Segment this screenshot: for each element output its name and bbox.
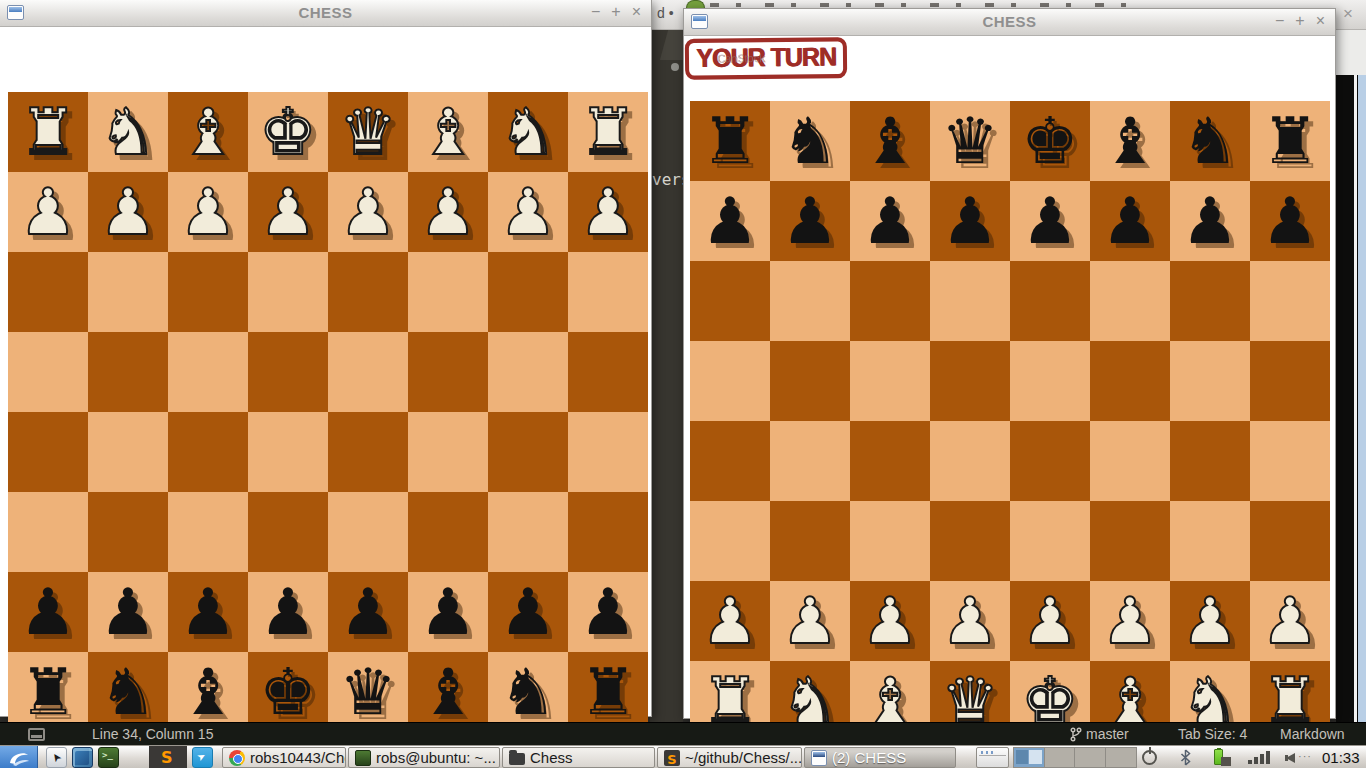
square[interactable]	[1250, 261, 1330, 341]
square[interactable]	[1170, 341, 1250, 421]
white-pawn[interactable]: ♟	[419, 180, 476, 244]
white-rook[interactable]: ♜	[579, 100, 636, 164]
black-pawn[interactable]: ♟	[339, 580, 396, 644]
white-pawn[interactable]: ♟	[99, 180, 156, 244]
square[interactable]: ♚	[248, 652, 328, 732]
square[interactable]	[8, 492, 88, 572]
black-knight[interactable]: ♞	[781, 109, 838, 173]
window-content: YOUR TURNCanStock ♜♞♝♛♚♝♞♜♟♟♟♟♟♟♟♟♟♟♟♟♟♟…	[684, 36, 1335, 718]
taskbar-button-chess-active[interactable]: (2) CHESS	[804, 747, 956, 768]
square[interactable]: ♝	[408, 92, 488, 172]
editor-strip: vers	[650, 30, 683, 722]
sublime-text-icon[interactable]: S	[149, 746, 187, 768]
square[interactable]	[930, 421, 1010, 501]
black-knight[interactable]: ♞	[1181, 109, 1238, 173]
square[interactable]: ♟	[408, 572, 488, 652]
close-button[interactable]: ×	[632, 3, 641, 21]
black-rook[interactable]: ♜	[19, 660, 76, 724]
square[interactable]	[1010, 501, 1090, 581]
square[interactable]	[1010, 421, 1090, 501]
white-knight[interactable]: ♞	[499, 100, 556, 164]
square[interactable]	[568, 332, 648, 412]
white-bishop[interactable]: ♝	[179, 100, 236, 164]
workspace-3[interactable]	[1075, 748, 1106, 767]
square[interactable]: ♟	[1090, 181, 1170, 261]
square[interactable]	[248, 412, 328, 492]
black-rook[interactable]: ♜	[579, 660, 636, 724]
square[interactable]: ♝	[168, 92, 248, 172]
workspace-switcher[interactable]	[1013, 747, 1137, 768]
square[interactable]: ♟	[568, 572, 648, 652]
square[interactable]	[1250, 421, 1330, 501]
volume-icon[interactable]: ···	[1286, 751, 1312, 764]
square[interactable]: ♟	[770, 581, 850, 661]
square[interactable]: ♟	[88, 172, 168, 252]
white-pawn[interactable]: ♟	[1261, 589, 1318, 653]
white-pawn[interactable]: ♟	[781, 589, 838, 653]
square[interactable]: ♟	[248, 572, 328, 652]
file-manager-icon[interactable]	[46, 747, 67, 768]
cursor-position: Line 34, Column 15	[92, 726, 213, 742]
square[interactable]: ♟	[328, 172, 408, 252]
square[interactable]	[8, 412, 88, 492]
square[interactable]	[408, 492, 488, 572]
chess-window-icon	[811, 750, 827, 766]
taskbar-button-sublime[interactable]: S ~/github/Chess/...	[657, 747, 802, 768]
square[interactable]: ♟	[248, 172, 328, 252]
taskbar-button-label: Chess	[530, 749, 573, 766]
square[interactable]	[1090, 501, 1170, 581]
taskbar-button-label: (2) CHESS	[832, 749, 906, 766]
git-branch-label[interactable]: master	[1086, 726, 1129, 742]
square[interactable]	[930, 341, 1010, 421]
square[interactable]	[488, 332, 568, 412]
square[interactable]	[488, 412, 568, 492]
square[interactable]: ♝	[1090, 101, 1170, 181]
workspace-2[interactable]	[1045, 748, 1076, 767]
square[interactable]: ♟	[1250, 581, 1330, 661]
square[interactable]	[168, 492, 248, 572]
editor-gutter-line	[1354, 75, 1357, 722]
square[interactable]	[850, 421, 930, 501]
white-pawn[interactable]: ♟	[579, 180, 636, 244]
modified-dot-icon	[671, 63, 679, 71]
white-pawn[interactable]: ♟	[499, 180, 556, 244]
square[interactable]	[930, 501, 1010, 581]
square[interactable]	[408, 412, 488, 492]
menu-swoosh-icon	[0, 746, 38, 768]
white-pawn[interactable]: ♟	[179, 180, 236, 244]
square[interactable]: ♞	[770, 101, 850, 181]
terminal-icon	[355, 750, 371, 766]
maximize-button[interactable]: +	[611, 3, 620, 21]
git-branch-icon	[1070, 727, 1082, 742]
black-knight[interactable]: ♞	[99, 660, 156, 724]
chrome-icon	[229, 750, 245, 766]
white-pawn[interactable]: ♟	[339, 180, 396, 244]
square[interactable]: ♟	[1010, 581, 1090, 661]
titlebar[interactable]: CHESS − + ×	[0, 0, 651, 27]
square[interactable]	[770, 421, 850, 501]
black-pawn[interactable]: ♟	[1101, 189, 1158, 253]
square[interactable]	[850, 261, 930, 341]
black-pawn[interactable]: ♟	[179, 580, 236, 644]
square[interactable]	[408, 332, 488, 412]
white-pawn[interactable]: ♟	[259, 180, 316, 244]
workspace-1[interactable]	[1014, 748, 1045, 767]
square[interactable]: ♝	[168, 652, 248, 732]
black-queen[interactable]: ♛	[339, 660, 396, 724]
chess-board-right[interactable]: ♜♞♝♛♚♝♞♜♟♟♟♟♟♟♟♟♟♟♟♟♟♟♟♟♜♞♝♛♚♝♞♜	[690, 101, 1330, 741]
battery-network-icon[interactable]	[1214, 749, 1223, 765]
square[interactable]: ♟	[930, 181, 1010, 261]
your-turn-stamp: YOUR TURNCanStock	[685, 37, 847, 80]
black-pawn[interactable]: ♟	[861, 189, 918, 253]
square[interactable]: ♟	[930, 581, 1010, 661]
black-pawn[interactable]: ♟	[19, 580, 76, 644]
square[interactable]: ♞	[1170, 101, 1250, 181]
square[interactable]: ♜	[8, 652, 88, 732]
bluetooth-icon[interactable]	[1180, 749, 1191, 766]
square[interactable]: ♛	[328, 92, 408, 172]
square[interactable]	[88, 332, 168, 412]
square[interactable]: ♞	[488, 652, 568, 732]
editor-title-fragment: d •	[657, 5, 674, 21]
chess-window-right: CHESS − + × YOUR TURNCanStock ♜♞♝♛♚♝♞♜♟♟…	[683, 8, 1336, 719]
editor-scrollbar[interactable]	[1358, 75, 1366, 722]
workspace-4[interactable]	[1106, 748, 1136, 767]
white-rook[interactable]: ♜	[19, 100, 76, 164]
square[interactable]	[328, 412, 408, 492]
square[interactable]	[1170, 421, 1250, 501]
square[interactable]	[690, 261, 770, 341]
square[interactable]: ♟	[690, 581, 770, 661]
white-pawn[interactable]: ♟	[701, 589, 758, 653]
square[interactable]	[328, 252, 408, 332]
square[interactable]	[770, 261, 850, 341]
titlebar[interactable]: CHESS − + ×	[684, 9, 1335, 36]
square[interactable]: ♚	[1010, 101, 1090, 181]
square[interactable]	[168, 412, 248, 492]
black-pawn[interactable]: ♟	[941, 189, 998, 253]
editor-green-indicator	[686, 0, 705, 8]
black-pawn[interactable]: ♟	[99, 580, 156, 644]
square[interactable]: ♚	[248, 92, 328, 172]
app-menu-button[interactable]	[0, 746, 38, 768]
square[interactable]	[1250, 501, 1330, 581]
black-pawn[interactable]: ♟	[1021, 189, 1078, 253]
square[interactable]	[408, 252, 488, 332]
square[interactable]: ♟	[1170, 181, 1250, 261]
square[interactable]: ♞	[88, 92, 168, 172]
square[interactable]: ♝	[408, 652, 488, 732]
square[interactable]: ♟	[88, 572, 168, 652]
window-title: CHESS	[684, 13, 1335, 30]
black-rook[interactable]: ♜	[701, 109, 758, 173]
square[interactable]: ♟	[168, 572, 248, 652]
square[interactable]	[1250, 341, 1330, 421]
square[interactable]: ♟	[1250, 181, 1330, 261]
taskbar-button-chrome[interactable]: robs10443/Che...	[222, 747, 346, 768]
square[interactable]	[488, 252, 568, 332]
white-pawn[interactable]: ♟	[1101, 589, 1158, 653]
white-pawn[interactable]: ♟	[19, 180, 76, 244]
square[interactable]	[1090, 341, 1170, 421]
stamp-watermark: CanStock	[717, 52, 765, 65]
minimize-button[interactable]: −	[591, 3, 600, 21]
window-title: CHESS	[0, 4, 651, 21]
editor-close-icon[interactable]: ×	[1343, 4, 1353, 24]
signal-strength-icon[interactable]	[1248, 751, 1272, 764]
black-bishop[interactable]: ♝	[861, 109, 918, 173]
square[interactable]	[248, 332, 328, 412]
telegram-icon[interactable]	[192, 747, 213, 768]
square[interactable]	[690, 341, 770, 421]
square[interactable]: ♟	[850, 581, 930, 661]
square[interactable]: ♟	[8, 572, 88, 652]
editor-title-text-peek	[710, 3, 1140, 7]
black-pawn[interactable]: ♟	[579, 580, 636, 644]
square[interactable]: ♜	[690, 101, 770, 181]
maximize-button[interactable]: +	[1295, 12, 1304, 30]
white-queen[interactable]: ♛	[339, 100, 396, 164]
editor-right-margin	[1336, 30, 1366, 75]
taskbar-button-label: ~/github/Chess/...	[685, 749, 802, 766]
black-king[interactable]: ♚	[259, 660, 316, 724]
square[interactable]: ♟	[850, 181, 930, 261]
square[interactable]	[328, 332, 408, 412]
square[interactable]: ♛	[930, 101, 1010, 181]
terminal-icon[interactable]	[98, 747, 119, 768]
square[interactable]: ♟	[8, 172, 88, 252]
square[interactable]	[8, 332, 88, 412]
black-pawn[interactable]: ♟	[259, 580, 316, 644]
square[interactable]	[328, 492, 408, 572]
square[interactable]	[88, 252, 168, 332]
square[interactable]: ♟	[488, 172, 568, 252]
editor-statusbar: Line 34, Column 15 master Tab Size: 4 Ma…	[0, 722, 1366, 745]
black-pawn[interactable]: ♟	[1261, 189, 1318, 253]
show-desktop-button[interactable]	[976, 747, 1009, 768]
black-pawn[interactable]: ♟	[701, 189, 758, 253]
chess-window-left: CHESS − + × ♜♞♝♚♛♝♞♜♟♟♟♟♟♟♟♟♟♟♟♟♟♟♟♟♜♞♝♚…	[0, 0, 652, 717]
square[interactable]: ♟	[168, 172, 248, 252]
white-pawn[interactable]: ♟	[941, 589, 998, 653]
square[interactable]	[88, 492, 168, 572]
black-pawn[interactable]: ♟	[419, 580, 476, 644]
square[interactable]: ♜	[1250, 101, 1330, 181]
power-icon[interactable]	[1142, 750, 1157, 765]
chess-board-left[interactable]: ♜♞♝♚♛♝♞♜♟♟♟♟♟♟♟♟♟♟♟♟♟♟♟♟♜♞♝♚♛♝♞♜	[8, 92, 648, 732]
sublime-text-icon: S	[664, 750, 680, 766]
black-queen[interactable]: ♛	[941, 109, 998, 173]
square[interactable]: ♟	[1010, 181, 1090, 261]
black-bishop[interactable]: ♝	[419, 660, 476, 724]
taskbar: S robs10443/Che... robs@ubuntu: ~... Che…	[0, 745, 1366, 768]
black-pawn[interactable]: ♟	[1181, 189, 1238, 253]
square[interactable]: ♜	[568, 652, 648, 732]
square[interactable]	[930, 261, 1010, 341]
maps-app-icon[interactable]	[72, 747, 93, 768]
black-pawn[interactable]: ♟	[781, 189, 838, 253]
taskbar-button-label: robs@ubuntu: ~...	[376, 749, 496, 766]
white-pawn[interactable]: ♟	[1021, 589, 1078, 653]
square[interactable]	[850, 341, 930, 421]
tab-size-label[interactable]: Tab Size: 4	[1178, 726, 1247, 742]
square[interactable]: ♞	[488, 92, 568, 172]
black-king[interactable]: ♚	[1021, 109, 1078, 173]
square[interactable]	[1010, 341, 1090, 421]
square[interactable]	[1170, 501, 1250, 581]
square[interactable]: ♟	[408, 172, 488, 252]
white-king[interactable]: ♚	[259, 100, 316, 164]
square[interactable]: ♞	[88, 652, 168, 732]
minimize-button[interactable]: −	[1275, 12, 1284, 30]
square[interactable]: ♛	[328, 652, 408, 732]
statusbar-window-icon[interactable]	[28, 728, 45, 741]
square[interactable]	[488, 492, 568, 572]
window-content: ♜♞♝♚♛♝♞♜♟♟♟♟♟♟♟♟♟♟♟♟♟♟♟♟♜♞♝♚♛♝♞♜	[0, 27, 651, 716]
square[interactable]	[690, 501, 770, 581]
square[interactable]: ♜	[8, 92, 88, 172]
black-rook[interactable]: ♜	[1261, 109, 1318, 173]
white-pawn[interactable]: ♟	[861, 589, 918, 653]
black-knight[interactable]: ♞	[499, 660, 556, 724]
square[interactable]: ♜	[568, 92, 648, 172]
black-pawn[interactable]: ♟	[499, 580, 556, 644]
square[interactable]	[8, 252, 88, 332]
square[interactable]	[1010, 261, 1090, 341]
square[interactable]: ♟	[770, 181, 850, 261]
square[interactable]	[568, 492, 648, 572]
square[interactable]: ♟	[568, 172, 648, 252]
black-bishop[interactable]: ♝	[179, 660, 236, 724]
square[interactable]	[168, 252, 248, 332]
square[interactable]: ♟	[488, 572, 568, 652]
square[interactable]	[1170, 261, 1250, 341]
square[interactable]	[1090, 261, 1170, 341]
folder-icon	[509, 753, 525, 765]
square[interactable]	[248, 492, 328, 572]
taskbar-button-label: robs10443/Che...	[250, 749, 346, 766]
square[interactable]	[690, 421, 770, 501]
black-bishop[interactable]: ♝	[1101, 109, 1158, 173]
square[interactable]: ♝	[850, 101, 930, 181]
white-bishop[interactable]: ♝	[419, 100, 476, 164]
square[interactable]	[248, 252, 328, 332]
square[interactable]	[168, 332, 248, 412]
square[interactable]: ♟	[1090, 581, 1170, 661]
taskbar-button-chess-folder[interactable]: Chess	[502, 747, 655, 768]
square[interactable]	[770, 341, 850, 421]
clock[interactable]: 01:33	[1322, 749, 1360, 766]
square[interactable]	[850, 501, 930, 581]
white-pawn[interactable]: ♟	[1181, 589, 1238, 653]
square[interactable]	[568, 252, 648, 332]
taskbar-button-terminal[interactable]: robs@ubuntu: ~...	[348, 747, 500, 768]
square[interactable]	[770, 501, 850, 581]
square[interactable]: ♟	[690, 181, 770, 261]
square[interactable]	[568, 412, 648, 492]
square[interactable]: ♟	[328, 572, 408, 652]
square[interactable]: ♟	[1170, 581, 1250, 661]
square[interactable]	[88, 412, 168, 492]
editor-tab[interactable]	[650, 30, 683, 60]
close-button[interactable]: ×	[1316, 12, 1325, 30]
square[interactable]	[1090, 421, 1170, 501]
white-knight[interactable]: ♞	[99, 100, 156, 164]
syntax-label[interactable]: Markdown	[1280, 726, 1345, 742]
